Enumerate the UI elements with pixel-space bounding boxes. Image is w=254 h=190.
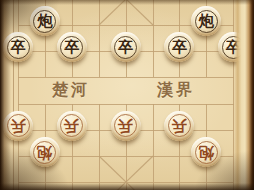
piece-glyph: 炮 [199,145,214,160]
piece-glyph: 炮 [37,14,52,29]
piece-glyph: 兵 [11,118,26,133]
river-label-left: 楚河 [52,80,90,101]
river-label-right: 漢界 [157,80,195,101]
board-left-border [13,0,14,190]
piece-glyph: 卒 [64,40,79,55]
piece-glyph: 兵 [64,118,79,133]
piece-glyph: 卒 [11,40,26,55]
piece-red-soldier[interactable]: 兵 [164,111,194,141]
xiangqi-board: 楚河 漢界 炮炮卒卒卒卒卒兵兵兵兵炮炮 [0,0,254,190]
piece-glyph: 炮 [37,145,52,160]
piece-black-soldier[interactable]: 卒 [57,32,87,62]
piece-red-soldier[interactable]: 兵 [57,111,87,141]
grid-line [99,104,100,190]
board-right-border [238,0,239,190]
piece-glyph: 兵 [118,118,133,133]
piece-glyph: 兵 [172,118,187,133]
piece-black-cannon[interactable]: 炮 [30,6,60,36]
grid-line [18,77,234,78]
piece-red-soldier[interactable]: 兵 [111,111,141,141]
piece-glyph: 炮 [199,14,214,29]
grid-line [99,0,100,77]
piece-black-soldier[interactable]: 卒 [111,32,141,62]
piece-glyph: 卒 [226,40,241,55]
piece-glyph: 卒 [118,40,133,55]
grid-line [18,0,19,190]
grid-line [153,0,154,77]
piece-red-cannon[interactable]: 炮 [30,137,60,167]
piece-black-soldier[interactable]: 卒 [3,32,33,62]
grid-line [153,104,154,190]
grid-line [233,0,234,190]
piece-red-soldier[interactable]: 兵 [3,111,33,141]
piece-glyph: 卒 [172,40,187,55]
